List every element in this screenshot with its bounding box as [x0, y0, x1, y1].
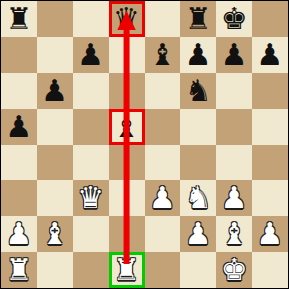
square-d7[interactable] [109, 37, 145, 73]
square-g1[interactable]: ♚ [216, 252, 252, 288]
square-a4[interactable] [1, 145, 37, 181]
square-a5[interactable]: ♟ [1, 109, 37, 145]
square-c8[interactable] [73, 1, 109, 37]
square-a3[interactable] [1, 180, 37, 216]
square-f1[interactable] [180, 252, 216, 288]
piece-black-pawn: ♟ [185, 40, 212, 70]
square-g4[interactable] [216, 145, 252, 181]
square-a7[interactable] [1, 37, 37, 73]
piece-white-knight: ♞ [185, 183, 212, 213]
square-a1[interactable]: ♜ [1, 252, 37, 288]
square-f6[interactable]: ♞ [180, 73, 216, 109]
square-d5[interactable]: ♝ [109, 109, 145, 145]
square-e4[interactable] [145, 145, 181, 181]
piece-white-pawn: ♟ [185, 219, 212, 249]
piece-black-pawn: ♟ [257, 40, 284, 70]
square-h2[interactable]: ♟ [252, 216, 288, 252]
piece-white-pawn: ♟ [5, 219, 32, 249]
piece-white-pawn: ♟ [221, 183, 248, 213]
piece-black-bishop: ♝ [113, 112, 140, 142]
square-b5[interactable] [37, 109, 73, 145]
piece-white-bishop: ♝ [41, 219, 68, 249]
square-c6[interactable] [73, 73, 109, 109]
piece-white-rook: ♜ [5, 255, 32, 285]
piece-black-queen: ♛ [113, 4, 140, 34]
square-d2[interactable] [109, 216, 145, 252]
piece-black-knight: ♞ [185, 76, 212, 106]
square-b2[interactable]: ♝ [37, 216, 73, 252]
square-d1[interactable]: ♜ [109, 252, 145, 288]
piece-white-pawn: ♟ [149, 183, 176, 213]
highlight-green-d1 [109, 252, 145, 288]
square-d3[interactable] [109, 180, 145, 216]
square-f8[interactable]: ♜ [180, 1, 216, 37]
square-g5[interactable] [216, 109, 252, 145]
square-e5[interactable] [145, 109, 181, 145]
square-b4[interactable] [37, 145, 73, 181]
square-g3[interactable]: ♟ [216, 180, 252, 216]
square-g7[interactable]: ♟ [216, 37, 252, 73]
square-e3[interactable]: ♟ [145, 180, 181, 216]
piece-black-pawn: ♟ [221, 40, 248, 70]
square-e8[interactable] [145, 1, 181, 37]
square-g8[interactable]: ♚ [216, 1, 252, 37]
square-g2[interactable]: ♝ [216, 216, 252, 252]
square-f7[interactable]: ♟ [180, 37, 216, 73]
piece-black-bishop: ♝ [149, 40, 176, 70]
highlight-red-d8 [109, 1, 145, 37]
square-f5[interactable] [180, 109, 216, 145]
square-a8[interactable]: ♜ [1, 1, 37, 37]
square-h1[interactable] [252, 252, 288, 288]
piece-black-rook: ♜ [185, 4, 212, 34]
square-b6[interactable]: ♟ [37, 73, 73, 109]
piece-white-bishop: ♝ [221, 219, 248, 249]
square-g6[interactable] [216, 73, 252, 109]
square-c7[interactable]: ♟ [73, 37, 109, 73]
square-d6[interactable] [109, 73, 145, 109]
piece-white-queen: ♛ [77, 183, 104, 213]
square-f4[interactable] [180, 145, 216, 181]
square-c3[interactable]: ♛ [73, 180, 109, 216]
square-d4[interactable] [109, 145, 145, 181]
square-f3[interactable]: ♞ [180, 180, 216, 216]
square-c4[interactable] [73, 145, 109, 181]
square-h6[interactable] [252, 73, 288, 109]
piece-white-pawn: ♟ [257, 219, 284, 249]
square-d8[interactable]: ♛ [109, 1, 145, 37]
piece-black-rook: ♜ [5, 4, 32, 34]
square-b8[interactable] [37, 1, 73, 37]
square-c5[interactable] [73, 109, 109, 145]
square-a6[interactable] [1, 73, 37, 109]
square-e2[interactable] [145, 216, 181, 252]
square-b7[interactable] [37, 37, 73, 73]
square-b3[interactable] [37, 180, 73, 216]
square-c1[interactable] [73, 252, 109, 288]
square-h5[interactable] [252, 109, 288, 145]
chess-board-wrap: ♜♛♜♚♟♝♟♟♟♟♞♟♝♛♟♞♟♟♝♟♝♟♜♜♚ [0, 0, 289, 289]
square-e6[interactable] [145, 73, 181, 109]
highlight-red-d5 [109, 109, 145, 145]
square-e7[interactable]: ♝ [145, 37, 181, 73]
piece-white-rook: ♜ [113, 255, 140, 285]
square-h4[interactable] [252, 145, 288, 181]
square-e1[interactable] [145, 252, 181, 288]
piece-black-pawn: ♟ [41, 76, 68, 106]
chess-board: ♜♛♜♚♟♝♟♟♟♟♞♟♝♛♟♞♟♟♝♟♝♟♜♜♚ [0, 0, 289, 289]
square-h8[interactable] [252, 1, 288, 37]
square-h7[interactable]: ♟ [252, 37, 288, 73]
square-c2[interactable] [73, 216, 109, 252]
piece-black-pawn: ♟ [5, 112, 32, 142]
piece-black-pawn: ♟ [77, 40, 104, 70]
piece-white-king: ♚ [221, 255, 248, 285]
piece-black-king: ♚ [221, 4, 248, 34]
square-b1[interactable] [37, 252, 73, 288]
square-a2[interactable]: ♟ [1, 216, 37, 252]
square-h3[interactable] [252, 180, 288, 216]
square-f2[interactable]: ♟ [180, 216, 216, 252]
